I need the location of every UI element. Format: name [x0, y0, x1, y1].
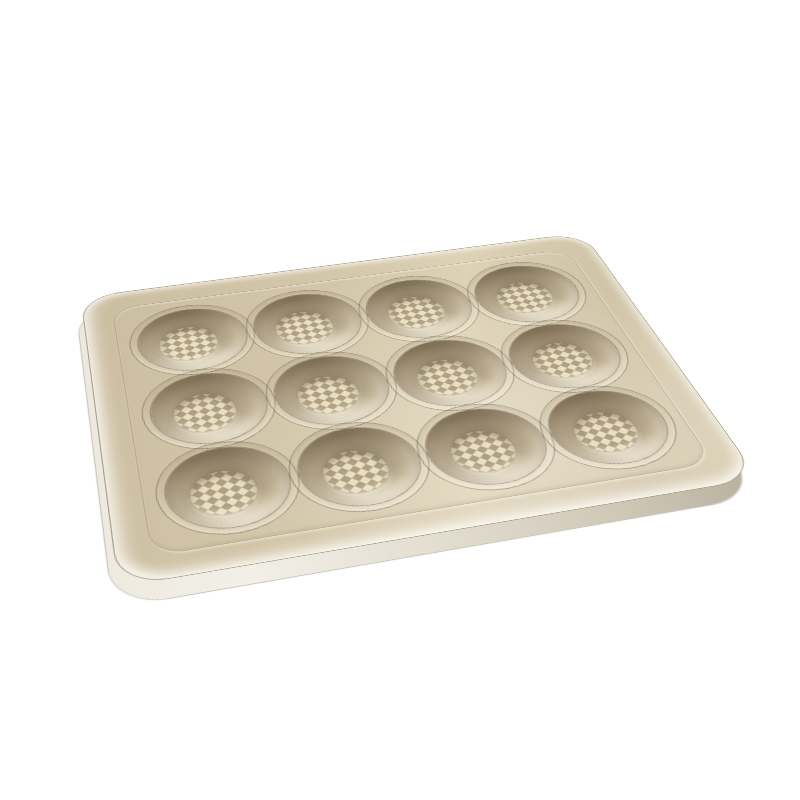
cup-waffle-bottom — [411, 356, 485, 399]
waffle-checker-pattern — [186, 467, 262, 520]
muffin-cup — [288, 420, 434, 514]
muffin-cup — [356, 274, 483, 343]
waffle-checker-pattern — [293, 373, 365, 417]
waffle-checker-pattern — [317, 447, 395, 498]
photo-stage — [0, 0, 800, 800]
cup-waffle-bottom — [186, 467, 262, 520]
muffin-cup — [247, 289, 372, 360]
cup-waffle-bottom — [525, 340, 601, 381]
waffle-checker-pattern — [271, 309, 338, 347]
cup-waffle-bottom — [156, 324, 221, 364]
pan-top-surface — [80, 233, 759, 588]
waffle-checker-pattern — [156, 324, 221, 364]
muffin-cup — [145, 367, 276, 451]
muffin-cup — [383, 334, 521, 413]
cup-waffle-bottom — [317, 447, 395, 498]
cup-waffle-bottom — [382, 294, 451, 331]
muffin-cup — [133, 303, 254, 377]
muffin-cup — [159, 439, 301, 536]
waffle-checker-pattern — [382, 294, 451, 331]
waffle-checker-pattern — [490, 280, 560, 316]
cup-waffle-bottom — [490, 280, 560, 316]
waffle-checker-pattern — [525, 340, 601, 381]
cup-waffle-bottom — [293, 373, 365, 417]
muffin-cup — [533, 384, 686, 471]
waffle-checker-pattern — [170, 390, 240, 436]
waffle-checker-pattern — [565, 409, 647, 456]
muffin-pan — [80, 233, 759, 588]
cup-waffle-bottom — [271, 309, 338, 347]
muffin-cup — [266, 350, 400, 431]
cup-waffle-bottom — [565, 409, 647, 456]
waffle-checker-pattern — [443, 427, 523, 476]
cup-waffle-bottom — [170, 390, 240, 436]
cup-waffle-bottom — [443, 427, 523, 476]
waffle-checker-pattern — [411, 356, 485, 399]
muffin-cup — [413, 402, 562, 493]
